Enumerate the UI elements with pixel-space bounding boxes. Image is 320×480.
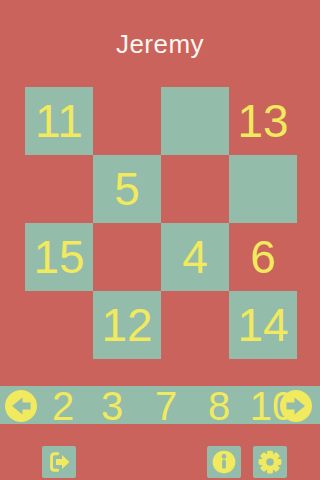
next-numbers-button[interactable] [280, 390, 312, 422]
arrow-left-circle-icon [5, 390, 37, 422]
grid-cell-r1c1[interactable]: 11 [25, 87, 93, 155]
puzzle-grid: 1113515461214 [25, 87, 297, 359]
grid-cell-r4c1[interactable] [25, 291, 93, 359]
number-option-8[interactable]: 8 [208, 386, 230, 426]
grid-cell-r3c3[interactable]: 4 [161, 223, 229, 291]
grid-cell-r1c3[interactable] [161, 87, 229, 155]
sign-out-button[interactable] [42, 446, 76, 478]
grid-cell-r1c4[interactable]: 13 [229, 87, 297, 155]
grid-cell-r1c2[interactable] [93, 87, 161, 155]
grid-cell-r3c2[interactable] [93, 223, 161, 291]
grid-cell-r4c4[interactable]: 14 [229, 291, 297, 359]
game-screen: Jeremy 1113515461214 237810 [0, 0, 320, 480]
number-option-2[interactable]: 2 [52, 386, 74, 426]
grid-cell-r3c1[interactable]: 15 [25, 223, 93, 291]
grid-cell-r4c3[interactable] [161, 291, 229, 359]
number-bar: 237810 [0, 386, 320, 424]
info-button[interactable] [207, 446, 241, 478]
gear-icon [256, 448, 284, 476]
grid-cell-r4c2[interactable]: 12 [93, 291, 161, 359]
grid-cell-r2c1[interactable] [25, 155, 93, 223]
settings-button[interactable] [253, 446, 287, 478]
grid-cell-r3c4[interactable]: 6 [229, 223, 297, 291]
arrow-right-circle-icon [280, 390, 312, 422]
number-option-3[interactable]: 3 [101, 386, 123, 426]
info-icon [210, 448, 238, 476]
prev-numbers-button[interactable] [5, 390, 37, 422]
page-title: Jeremy [0, 29, 320, 60]
number-option-7[interactable]: 7 [155, 386, 177, 426]
sign-out-icon [45, 448, 73, 476]
grid-cell-r2c3[interactable] [161, 155, 229, 223]
grid-cell-r2c2[interactable]: 5 [93, 155, 161, 223]
grid-cell-r2c4[interactable] [229, 155, 297, 223]
